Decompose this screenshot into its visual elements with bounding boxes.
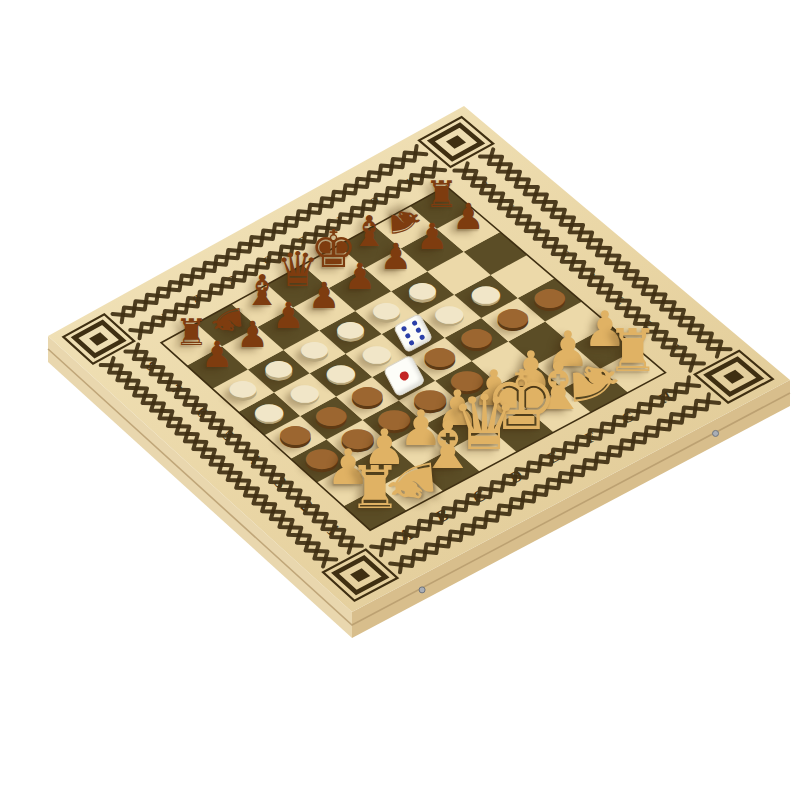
checker-brown-g4[interactable]: ● bbox=[496, 304, 531, 329]
checker-white-a6[interactable]: ● bbox=[228, 377, 259, 399]
die-pip bbox=[401, 325, 408, 332]
die-pip bbox=[411, 320, 418, 327]
die-pip bbox=[398, 370, 410, 382]
checker-white-c6[interactable]: ● bbox=[299, 338, 330, 360]
piece-dark-pawn-e7[interactable]: ♟ bbox=[344, 259, 376, 295]
checker-white-f6[interactable]: ● bbox=[407, 279, 438, 301]
checker-white-d5[interactable]: ● bbox=[361, 341, 393, 364]
checker-brown-f4[interactable]: ● bbox=[459, 324, 494, 349]
piece-light-rook-a1[interactable]: ♜ bbox=[348, 458, 401, 517]
piece-dark-pawn-g7[interactable]: ♟ bbox=[416, 220, 448, 256]
die-pip bbox=[404, 332, 411, 339]
piece-dark-pawn-b7[interactable]: ♟ bbox=[237, 318, 269, 354]
screw-2 bbox=[713, 430, 719, 436]
die-pip bbox=[419, 334, 426, 341]
checker-brown-h4[interactable]: ● bbox=[532, 284, 567, 309]
piece-dark-pawn-a7[interactable]: ♟ bbox=[201, 337, 233, 373]
product-photo-scene: 1122334455667788AABBCCDDEEFFGGHH ♜♞♟♝♟♚♟… bbox=[0, 0, 800, 800]
piece-dark-pawn-c7[interactable]: ♟ bbox=[272, 298, 304, 334]
checker-white-d6[interactable]: ● bbox=[335, 319, 366, 341]
checker-white-f5[interactable]: ● bbox=[433, 302, 465, 325]
screw-1 bbox=[419, 587, 425, 593]
checker-white-e6[interactable]: ● bbox=[371, 299, 402, 321]
piece-dark-pawn-d7[interactable]: ♟ bbox=[308, 279, 340, 315]
die-pip bbox=[415, 327, 422, 334]
checker-white-g5[interactable]: ● bbox=[470, 282, 502, 305]
piece-dark-pawn-h7[interactable]: ♟ bbox=[452, 200, 484, 236]
piece-dark-pawn-f7[interactable]: ♟ bbox=[380, 239, 412, 275]
die-pip bbox=[408, 339, 415, 346]
checker-white-b6[interactable]: ● bbox=[263, 358, 294, 380]
